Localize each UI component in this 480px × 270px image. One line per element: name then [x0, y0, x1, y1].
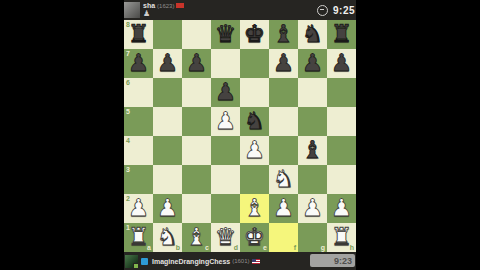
square-c4[interactable] — [182, 136, 211, 165]
white-rook-a1[interactable]: ♜ — [128, 225, 150, 249]
square-g4[interactable]: ♝ — [298, 136, 327, 165]
bottom-player-rating: (1601) — [232, 258, 249, 264]
verified-badge-icon — [141, 258, 148, 265]
top-player-rating: (1623) — [157, 3, 174, 9]
bottom-player-flag-icon — [252, 259, 260, 264]
square-h7[interactable]: ♟ — [327, 49, 356, 78]
square-d6[interactable]: ♟ — [211, 78, 240, 107]
square-d7[interactable] — [211, 49, 240, 78]
square-d3[interactable] — [211, 165, 240, 194]
game-screen: sha (1623) ♟ 9:25 8♜♛♚♝♞♜7♟♟♟♟♟♟6♟5♟♞4♟♝… — [0, 0, 480, 270]
square-e3[interactable] — [240, 165, 269, 194]
rank-label-5: 5 — [126, 108, 130, 115]
square-b7[interactable]: ♟ — [153, 49, 182, 78]
top-player-flag-icon — [176, 3, 184, 8]
clock-icon — [317, 5, 328, 16]
white-king-e1[interactable]: ♚ — [244, 225, 266, 249]
square-h4[interactable] — [327, 136, 356, 165]
square-g3[interactable] — [298, 165, 327, 194]
black-pawn-h7[interactable]: ♟ — [331, 51, 353, 75]
bottom-player-clock: 9:23 — [310, 254, 355, 267]
square-h2[interactable]: ♟ — [327, 194, 356, 223]
top-player-bar: sha (1623) ♟ 9:25 — [124, 0, 356, 20]
white-pawn-d5[interactable]: ♟ — [215, 109, 237, 133]
square-h1[interactable]: h♜ — [327, 223, 356, 252]
top-player-clock: 9:25 — [333, 5, 355, 16]
square-f8[interactable]: ♝ — [269, 20, 298, 49]
black-rook-a8[interactable]: ♜ — [128, 22, 150, 46]
white-pawn-a2[interactable]: ♟ — [128, 196, 150, 220]
top-clock-area: 9:25 — [317, 0, 355, 20]
rank-label-4: 4 — [126, 137, 130, 144]
captured-pawn-icon: ♟ — [143, 10, 150, 18]
white-pawn-g2[interactable]: ♟ — [302, 196, 324, 220]
square-h6[interactable] — [327, 78, 356, 107]
white-bishop-e2[interactable]: ♝ — [244, 196, 266, 220]
square-b8[interactable] — [153, 20, 182, 49]
square-g5[interactable] — [298, 107, 327, 136]
square-e7[interactable] — [240, 49, 269, 78]
square-d8[interactable]: ♛ — [211, 20, 240, 49]
top-player-info: sha (1623) ♟ — [143, 2, 184, 18]
square-b1[interactable]: b♞ — [153, 223, 182, 252]
black-pawn-g7[interactable]: ♟ — [302, 51, 324, 75]
square-f6[interactable] — [269, 78, 298, 107]
bottom-player-avatar[interactable] — [125, 255, 138, 268]
square-e2[interactable]: ♝ — [240, 194, 269, 223]
square-e5[interactable]: ♞ — [240, 107, 269, 136]
square-g6[interactable] — [298, 78, 327, 107]
bottom-player-bar: ImagineDrangingChess (1601) 9:23 — [124, 252, 356, 270]
square-c7[interactable]: ♟ — [182, 49, 211, 78]
black-knight-g8[interactable]: ♞ — [302, 22, 324, 46]
top-player-avatar[interactable] — [124, 2, 140, 18]
square-c5[interactable] — [182, 107, 211, 136]
white-bishop-c1[interactable]: ♝ — [186, 225, 208, 249]
square-a4[interactable]: 4 — [124, 136, 153, 165]
square-b5[interactable] — [153, 107, 182, 136]
square-b3[interactable] — [153, 165, 182, 194]
rank-label-6: 6 — [126, 79, 130, 86]
black-knight-e5[interactable]: ♞ — [244, 109, 266, 133]
black-pawn-c7[interactable]: ♟ — [186, 51, 208, 75]
white-rook-h1[interactable]: ♜ — [331, 225, 353, 249]
file-label-g: g — [321, 244, 325, 251]
square-g1[interactable]: g — [298, 223, 327, 252]
rank-label-3: 3 — [126, 166, 130, 173]
black-pawn-d6[interactable]: ♟ — [215, 80, 237, 104]
square-f4[interactable] — [269, 136, 298, 165]
square-c3[interactable] — [182, 165, 211, 194]
square-d2[interactable] — [211, 194, 240, 223]
bottom-clock-text: 9:23 — [334, 256, 352, 266]
square-a6[interactable]: 6 — [124, 78, 153, 107]
white-pawn-h2[interactable]: ♟ — [331, 196, 353, 220]
square-a1[interactable]: 1a♜ — [124, 223, 153, 252]
square-f3[interactable]: ♞ — [269, 165, 298, 194]
square-d1[interactable]: d♛ — [211, 223, 240, 252]
square-b6[interactable] — [153, 78, 182, 107]
square-e8[interactable]: ♚ — [240, 20, 269, 49]
black-king-e8[interactable]: ♚ — [244, 22, 266, 46]
square-h5[interactable] — [327, 107, 356, 136]
white-knight-f3[interactable]: ♞ — [273, 167, 295, 191]
square-a3[interactable]: 3 — [124, 165, 153, 194]
top-player-name[interactable]: sha — [143, 2, 155, 9]
white-queen-d1[interactable]: ♛ — [215, 225, 237, 249]
black-bishop-f8[interactable]: ♝ — [273, 22, 295, 46]
square-g8[interactable]: ♞ — [298, 20, 327, 49]
black-pawn-f7[interactable]: ♟ — [273, 51, 295, 75]
square-f7[interactable]: ♟ — [269, 49, 298, 78]
square-f1[interactable]: f — [269, 223, 298, 252]
square-a7[interactable]: 7♟ — [124, 49, 153, 78]
square-e6[interactable] — [240, 78, 269, 107]
bottom-player-info: ImagineDrangingChess (1601) — [141, 258, 260, 265]
square-c2[interactable] — [182, 194, 211, 223]
square-d5[interactable]: ♟ — [211, 107, 240, 136]
white-pawn-e4[interactable]: ♟ — [244, 138, 266, 162]
top-captured-pieces: ♟ — [143, 10, 184, 18]
white-pawn-f2[interactable]: ♟ — [273, 196, 295, 220]
black-pawn-b7[interactable]: ♟ — [157, 51, 179, 75]
square-e1[interactable]: e♚ — [240, 223, 269, 252]
bottom-player-name[interactable]: ImagineDrangingChess — [152, 258, 230, 265]
square-c1[interactable]: c♝ — [182, 223, 211, 252]
square-e4[interactable]: ♟ — [240, 136, 269, 165]
square-a2[interactable]: 2♟ — [124, 194, 153, 223]
square-c6[interactable] — [182, 78, 211, 107]
black-pawn-a7[interactable]: ♟ — [128, 51, 150, 75]
black-queen-d8[interactable]: ♛ — [215, 22, 237, 46]
square-b2[interactable]: ♟ — [153, 194, 182, 223]
black-bishop-g4[interactable]: ♝ — [302, 138, 324, 162]
white-knight-b1[interactable]: ♞ — [157, 225, 179, 249]
square-a8[interactable]: 8♜ — [124, 20, 153, 49]
file-label-f: f — [294, 244, 296, 251]
square-c8[interactable] — [182, 20, 211, 49]
square-f2[interactable]: ♟ — [269, 194, 298, 223]
square-h8[interactable]: ♜ — [327, 20, 356, 49]
chess-board[interactable]: 8♜♛♚♝♞♜7♟♟♟♟♟♟6♟5♟♞4♟♝3♞2♟♟♝♟♟♟1a♜b♞c♝d♛… — [124, 20, 356, 252]
square-f5[interactable] — [269, 107, 298, 136]
square-g7[interactable]: ♟ — [298, 49, 327, 78]
square-b4[interactable] — [153, 136, 182, 165]
content-column: sha (1623) ♟ 9:25 8♜♛♚♝♞♜7♟♟♟♟♟♟6♟5♟♞4♟♝… — [124, 0, 356, 270]
square-h3[interactable] — [327, 165, 356, 194]
square-a5[interactable]: 5 — [124, 107, 153, 136]
black-rook-h8[interactable]: ♜ — [331, 22, 353, 46]
square-g2[interactable]: ♟ — [298, 194, 327, 223]
white-pawn-b2[interactable]: ♟ — [157, 196, 179, 220]
square-d4[interactable] — [211, 136, 240, 165]
